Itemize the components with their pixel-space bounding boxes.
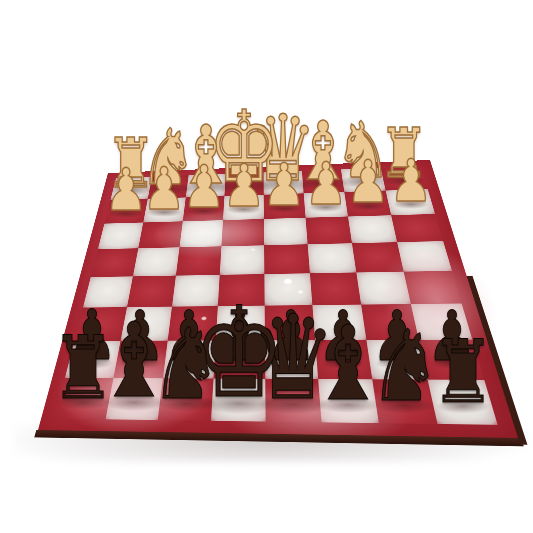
piece-white-pawn[interactable]: ♟	[182, 159, 225, 218]
piece-white-pawn[interactable]: ♟	[304, 155, 347, 214]
piece-white-pawn[interactable]: ♟	[263, 156, 306, 215]
pieces-layer: ♜♞♝♛♚♞♝♜♟♟♟♟♟♟♟♟♟♟♟♟♟♟♟♟♜♞♝♛♚♝♞♜	[0, 0, 533, 533]
piece-white-pawn[interactable]: ♟	[346, 154, 389, 213]
chess-photo-scene: ♜♞♝♛♚♞♝♜♟♟♟♟♟♟♟♟♟♟♟♟♟♟♟♟♜♞♝♛♚♝♞♜	[0, 0, 533, 533]
piece-white-pawn[interactable]: ♟	[104, 161, 147, 220]
piece-white-pawn[interactable]: ♟	[389, 152, 432, 211]
piece-white-pawn[interactable]: ♟	[143, 160, 186, 219]
piece-black-rook[interactable]: ♜	[51, 324, 115, 411]
piece-white-pawn[interactable]: ♟	[222, 157, 265, 216]
